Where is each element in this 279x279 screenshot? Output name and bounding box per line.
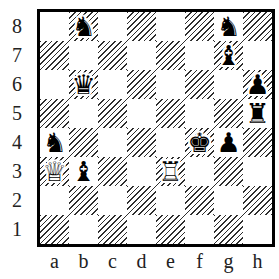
square-a3[interactable]: ♛♕ xyxy=(40,157,69,186)
rank-label-3: 3 xyxy=(0,157,34,186)
file-label-a: a xyxy=(40,248,69,274)
piece-glyph: ♟ xyxy=(245,70,269,99)
file-label-h: h xyxy=(243,248,272,274)
file-label-f: f xyxy=(185,248,214,274)
square-f8[interactable] xyxy=(185,12,214,41)
square-d2[interactable] xyxy=(127,186,156,215)
file-labels: abcdefgh xyxy=(40,248,272,274)
square-g1[interactable] xyxy=(214,215,243,244)
square-e3[interactable]: ♜♖ xyxy=(156,157,185,186)
piece-black-queen[interactable]: ♛♛ xyxy=(69,70,98,99)
square-e7[interactable] xyxy=(156,41,185,70)
piece-glyph: ♝ xyxy=(71,157,95,186)
square-a6[interactable] xyxy=(40,70,69,99)
piece-glyph: ♞ xyxy=(42,128,66,157)
square-h5[interactable]: ♜♜ xyxy=(243,99,272,128)
square-f5[interactable] xyxy=(185,99,214,128)
file-label-c: c xyxy=(98,248,127,274)
square-a2[interactable] xyxy=(40,186,69,215)
chess-diagram: 87654321 ♞♞♞♞♝♝♛♛♟♟♜♜♞♞♚♚♟♟♛♕♝♝♜♖ abcdef… xyxy=(0,0,279,279)
square-b7[interactable] xyxy=(69,41,98,70)
square-h2[interactable] xyxy=(243,186,272,215)
square-h3[interactable] xyxy=(243,157,272,186)
square-f3[interactable] xyxy=(185,157,214,186)
piece-black-bishop[interactable]: ♝♝ xyxy=(69,157,98,186)
piece-black-king[interactable]: ♚♚ xyxy=(185,128,214,157)
square-b6[interactable]: ♛♛ xyxy=(69,70,98,99)
square-c3[interactable] xyxy=(98,157,127,186)
piece-black-pawn[interactable]: ♟♟ xyxy=(214,128,243,157)
piece-glyph: ♞ xyxy=(216,12,240,41)
square-d8[interactable] xyxy=(127,12,156,41)
piece-black-knight[interactable]: ♞♞ xyxy=(69,12,98,41)
piece-black-rook[interactable]: ♜♜ xyxy=(243,99,272,128)
square-g3[interactable] xyxy=(214,157,243,186)
square-h6[interactable]: ♟♟ xyxy=(243,70,272,99)
rank-label-5: 5 xyxy=(0,99,34,128)
piece-white-queen[interactable]: ♛♕ xyxy=(40,157,69,186)
square-b1[interactable] xyxy=(69,215,98,244)
square-d1[interactable] xyxy=(127,215,156,244)
piece-black-knight[interactable]: ♞♞ xyxy=(40,128,69,157)
square-e4[interactable] xyxy=(156,128,185,157)
chess-board: ♞♞♞♞♝♝♛♛♟♟♜♜♞♞♚♚♟♟♛♕♝♝♜♖ xyxy=(37,9,275,247)
rank-label-2: 2 xyxy=(0,186,34,215)
rank-label-8: 8 xyxy=(0,12,34,41)
square-a7[interactable] xyxy=(40,41,69,70)
rank-labels: 87654321 xyxy=(0,12,34,244)
file-label-b: b xyxy=(69,248,98,274)
square-h8[interactable] xyxy=(243,12,272,41)
square-c5[interactable] xyxy=(98,99,127,128)
piece-glyph: ♖ xyxy=(158,157,182,186)
square-h4[interactable] xyxy=(243,128,272,157)
piece-glyph: ♝ xyxy=(216,41,240,70)
square-f2[interactable] xyxy=(185,186,214,215)
square-e5[interactable] xyxy=(156,99,185,128)
square-g8[interactable]: ♞♞ xyxy=(214,12,243,41)
rank-label-1: 1 xyxy=(0,215,34,244)
square-b3[interactable]: ♝♝ xyxy=(69,157,98,186)
square-c6[interactable] xyxy=(98,70,127,99)
square-e8[interactable] xyxy=(156,12,185,41)
square-d6[interactable] xyxy=(127,70,156,99)
square-b8[interactable]: ♞♞ xyxy=(69,12,98,41)
square-a5[interactable] xyxy=(40,99,69,128)
piece-glyph: ♚ xyxy=(187,128,211,157)
square-h1[interactable] xyxy=(243,215,272,244)
square-e6[interactable] xyxy=(156,70,185,99)
square-g7[interactable]: ♝♝ xyxy=(214,41,243,70)
square-e1[interactable] xyxy=(156,215,185,244)
square-d3[interactable] xyxy=(127,157,156,186)
square-c4[interactable] xyxy=(98,128,127,157)
piece-black-knight[interactable]: ♞♞ xyxy=(214,12,243,41)
square-f6[interactable] xyxy=(185,70,214,99)
piece-glyph: ♜ xyxy=(245,99,269,128)
piece-black-bishop[interactable]: ♝♝ xyxy=(214,41,243,70)
piece-black-pawn[interactable]: ♟♟ xyxy=(243,70,272,99)
square-d4[interactable] xyxy=(127,128,156,157)
square-g2[interactable] xyxy=(214,186,243,215)
square-c7[interactable] xyxy=(98,41,127,70)
square-g5[interactable] xyxy=(214,99,243,128)
square-a8[interactable] xyxy=(40,12,69,41)
square-a4[interactable]: ♞♞ xyxy=(40,128,69,157)
square-f4[interactable]: ♚♚ xyxy=(185,128,214,157)
file-label-e: e xyxy=(156,248,185,274)
rank-label-6: 6 xyxy=(0,70,34,99)
square-a1[interactable] xyxy=(40,215,69,244)
file-label-d: d xyxy=(127,248,156,274)
square-h7[interactable] xyxy=(243,41,272,70)
square-e2[interactable] xyxy=(156,186,185,215)
square-b4[interactable] xyxy=(69,128,98,157)
rank-label-4: 4 xyxy=(0,128,34,157)
square-c1[interactable] xyxy=(98,215,127,244)
piece-glyph: ♞ xyxy=(71,12,95,41)
square-d7[interactable] xyxy=(127,41,156,70)
square-b5[interactable] xyxy=(69,99,98,128)
piece-glyph: ♛ xyxy=(71,70,95,99)
rank-label-7: 7 xyxy=(0,41,34,70)
square-c8[interactable] xyxy=(98,12,127,41)
square-d5[interactable] xyxy=(127,99,156,128)
square-c2[interactable] xyxy=(98,186,127,215)
piece-white-rook[interactable]: ♜♖ xyxy=(156,157,185,186)
square-f1[interactable] xyxy=(185,215,214,244)
square-g4[interactable]: ♟♟ xyxy=(214,128,243,157)
file-label-g: g xyxy=(214,248,243,274)
square-g6[interactable] xyxy=(214,70,243,99)
piece-glyph: ♕ xyxy=(42,157,66,186)
square-f7[interactable] xyxy=(185,41,214,70)
piece-glyph: ♟ xyxy=(216,128,240,157)
square-b2[interactable] xyxy=(69,186,98,215)
